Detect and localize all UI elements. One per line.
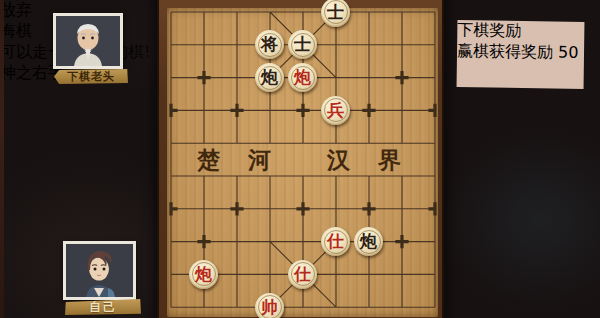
reward-note: 下棋奖励 赢棋获得奖励 50 [457, 20, 585, 89]
undo-label: 悔棋 [0, 21, 32, 40]
give-up-label: 放弃 [0, 0, 32, 19]
piece-red-帅[interactable]: 帅 [255, 293, 284, 318]
river-label-left: 楚 河 [196, 146, 281, 173]
young-man-icon [66, 244, 133, 297]
reward-title: 下棋奖励 [457, 20, 521, 40]
piece-character: 炮 [195, 266, 212, 283]
piece-red-仕[interactable]: 仕 [321, 227, 350, 256]
piece-character: 帅 [261, 299, 278, 316]
piece-character: 士 [327, 4, 344, 21]
opponent-avatar [53, 13, 123, 69]
piece-character: 将 [261, 36, 278, 53]
piece-character: 炮 [261, 69, 278, 86]
reward-line-text: 赢棋获得奖励 [457, 41, 553, 61]
piece-character: 仕 [294, 266, 311, 283]
reward-line: 赢棋获得奖励 50 [457, 41, 584, 64]
piece-character: 士 [294, 36, 311, 53]
piece-black-炮[interactable]: 炮 [255, 63, 284, 92]
piece-red-兵[interactable]: 兵 [321, 96, 350, 125]
piece-black-炮[interactable]: 炮 [354, 227, 383, 256]
opponent-name-banner: 下棋老头 [54, 69, 128, 84]
reward-amount: 50 [558, 43, 579, 62]
opponent-name: 下棋老头 [67, 69, 115, 84]
piece-character: 炮 [294, 69, 311, 86]
piece-red-炮[interactable]: 炮 [288, 63, 317, 92]
reward-title-badge: 下棋奖励 [457, 20, 584, 43]
old-man-icon [56, 16, 120, 66]
screen-edge-strip [0, 0, 4, 318]
piece-character: 仕 [327, 233, 344, 250]
piece-character: 兵 [327, 102, 344, 119]
game-screen: 下棋老头 自己 楚 河 汉 界 士将士炮炮兵仕炮炮仕帅 [0, 0, 600, 318]
xiangqi-board[interactable]: 楚 河 汉 界 士将士炮炮兵仕炮炮仕帅 [157, 0, 444, 318]
piece-character: 炮 [360, 233, 377, 250]
piece-red-仕[interactable]: 仕 [288, 260, 317, 289]
self-name-banner: 自己 [65, 299, 141, 315]
background-texture [430, 120, 600, 318]
self-avatar [63, 241, 136, 300]
river-label-right: 汉 界 [326, 146, 411, 173]
piece-red-炮[interactable]: 炮 [189, 260, 218, 289]
self-name: 自己 [89, 299, 117, 316]
piece-black-士[interactable]: 士 [321, 0, 350, 27]
